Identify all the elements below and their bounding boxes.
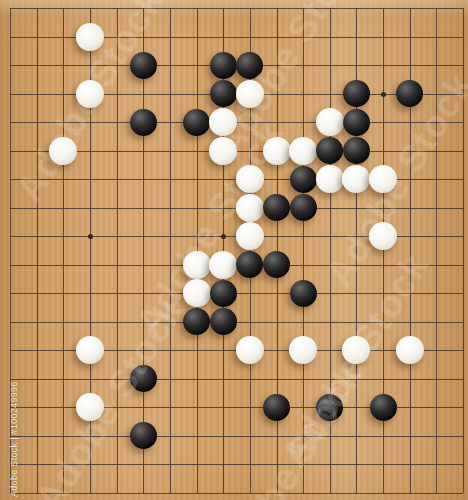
- white-stone[interactable]: [369, 222, 397, 250]
- white-stone[interactable]: [342, 165, 370, 193]
- white-stone[interactable]: [76, 336, 104, 364]
- white-stone[interactable]: [369, 165, 397, 193]
- white-stone[interactable]: [289, 137, 317, 165]
- black-stone[interactable]: [236, 251, 263, 278]
- black-stone[interactable]: [396, 80, 423, 107]
- grid-hline: [10, 464, 463, 465]
- white-stone[interactable]: [236, 80, 264, 108]
- black-stone[interactable]: [290, 280, 317, 307]
- white-stone[interactable]: [209, 137, 237, 165]
- black-stone[interactable]: [316, 394, 343, 421]
- hoshi-point: [221, 234, 226, 239]
- white-stone[interactable]: [183, 279, 211, 307]
- black-stone[interactable]: [290, 194, 317, 221]
- grid-vline: [143, 8, 144, 493]
- black-stone[interactable]: [343, 137, 370, 164]
- hoshi-point: [381, 92, 386, 97]
- black-stone[interactable]: [183, 308, 210, 335]
- black-stone[interactable]: [130, 109, 157, 136]
- black-stone[interactable]: [290, 166, 317, 193]
- black-stone[interactable]: [210, 52, 237, 79]
- white-stone[interactable]: [342, 336, 370, 364]
- black-stone[interactable]: [343, 109, 370, 136]
- white-stone[interactable]: [183, 251, 211, 279]
- black-stone[interactable]: [370, 394, 397, 421]
- grid-vline: [10, 8, 11, 493]
- white-stone[interactable]: [263, 137, 291, 165]
- black-stone[interactable]: [210, 280, 237, 307]
- black-stone[interactable]: [343, 80, 370, 107]
- white-stone[interactable]: [209, 108, 237, 136]
- grid-hline: [10, 8, 463, 9]
- grid-vline: [170, 8, 171, 493]
- black-stone[interactable]: [130, 52, 157, 79]
- black-stone[interactable]: [210, 308, 237, 335]
- black-stone[interactable]: [263, 194, 290, 221]
- grid-vline: [303, 8, 304, 493]
- white-stone[interactable]: [236, 222, 264, 250]
- white-stone[interactable]: [76, 80, 104, 108]
- black-stone[interactable]: [210, 80, 237, 107]
- white-stone[interactable]: [316, 108, 344, 136]
- grid-hline: [10, 436, 463, 437]
- black-stone[interactable]: [183, 109, 210, 136]
- grid-vline: [117, 8, 118, 493]
- grid-hline: [10, 493, 463, 494]
- grid-hline: [10, 379, 463, 380]
- black-stone[interactable]: [316, 137, 343, 164]
- grid-vline: [37, 8, 38, 493]
- white-stone[interactable]: [289, 336, 317, 364]
- white-stone[interactable]: [236, 165, 264, 193]
- white-stone[interactable]: [209, 251, 237, 279]
- white-stone[interactable]: [316, 165, 344, 193]
- grid-vline: [463, 8, 464, 493]
- grid-vline: [436, 8, 437, 493]
- white-stone[interactable]: [76, 23, 104, 51]
- black-stone[interactable]: [236, 52, 263, 79]
- hoshi-point: [88, 234, 93, 239]
- white-stone[interactable]: [236, 194, 264, 222]
- black-stone[interactable]: [130, 422, 157, 449]
- white-stone[interactable]: [49, 137, 77, 165]
- black-stone[interactable]: [130, 365, 157, 392]
- white-stone[interactable]: [76, 393, 104, 421]
- black-stone[interactable]: [263, 394, 290, 421]
- grid-vline: [63, 8, 64, 493]
- white-stone[interactable]: [236, 336, 264, 364]
- black-stone[interactable]: [263, 251, 290, 278]
- go-board-photo: Adobe Stock | #100249996 Adobe StockAdob…: [0, 0, 468, 500]
- white-stone[interactable]: [396, 336, 424, 364]
- go-board[interactable]: [0, 0, 468, 500]
